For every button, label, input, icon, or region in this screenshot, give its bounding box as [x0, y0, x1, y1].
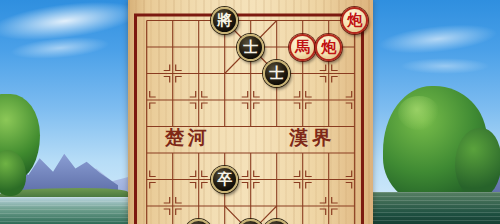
river-water-left: [0, 197, 128, 224]
piece-glyph: 炮: [321, 39, 336, 54]
bamboo-tree-right-small: [455, 128, 500, 198]
piece-glyph: 炮: [347, 13, 362, 28]
piece-glyph: 士: [243, 39, 258, 54]
piece-black-soldier[interactable]: 卒: [211, 166, 238, 193]
piece-partial-unknown[interactable]: [263, 219, 290, 224]
river-water-right: [373, 192, 500, 224]
piece-glyph: 卒: [217, 172, 232, 187]
water-reflection: [373, 192, 500, 224]
tree-highlight: [398, 96, 440, 130]
piece-glyph: 馬: [295, 39, 310, 54]
piece-red-horse[interactable]: 馬: [289, 34, 316, 61]
piece-red-cannon[interactable]: 炮: [315, 34, 342, 61]
water-reflection: [0, 197, 128, 224]
piece-partial-unknown[interactable]: [237, 219, 264, 224]
piece-red-cannon[interactable]: 炮: [341, 7, 368, 34]
piece-glyph: 將: [217, 13, 232, 28]
xiangqi-board[interactable]: 楚河 漢界 將炮士馬炮士卒: [128, 0, 373, 224]
piece-black-advisor[interactable]: 士: [263, 60, 290, 87]
piece-black-general[interactable]: 將: [211, 7, 238, 34]
piece-black-advisor[interactable]: 士: [237, 34, 264, 61]
piece-partial-unknown[interactable]: [185, 219, 212, 224]
cloud: [400, 58, 490, 74]
piece-glyph: 士: [269, 66, 284, 81]
pieces-layer: 將炮士馬炮士卒: [134, 7, 368, 224]
xiangqi-game-screen: 楚河 漢界 將炮士馬炮士卒: [0, 0, 500, 224]
